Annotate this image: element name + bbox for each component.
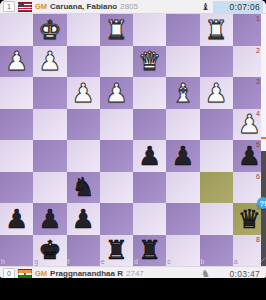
piece-white-king[interactable]: ♚ — [38, 17, 61, 43]
bottom-player-name[interactable]: Praggnanandhaa R — [50, 269, 123, 278]
rank-label-3: 3 — [256, 78, 260, 85]
square-e1[interactable]: ♜ — [100, 14, 133, 46]
square-h6[interactable] — [0, 172, 33, 204]
piece-black-knight[interactable]: ♞ — [71, 174, 94, 200]
square-h1[interactable] — [0, 14, 33, 46]
square-c3[interactable]: ♝ — [166, 77, 199, 109]
square-c7[interactable] — [166, 203, 199, 235]
square-f4[interactable] — [67, 109, 100, 141]
piece-white-pawn[interactable]: ♟ — [204, 80, 227, 106]
square-d5[interactable]: ♟ — [133, 140, 166, 172]
bottom-player-score: 0 — [3, 268, 15, 278]
square-f7[interactable]: ♟ — [67, 203, 100, 235]
move-annotation-badge: ?! — [257, 197, 266, 209]
app-background: 1 GM Caruana, Fabiano 2805 ♝ 0:07:06 ♚♜♜… — [0, 0, 266, 300]
square-b6[interactable] — [200, 172, 233, 204]
rank-label-6: 6 — [256, 173, 260, 180]
square-b1[interactable]: ♜ — [200, 14, 233, 46]
square-f6[interactable]: ♞ — [67, 172, 100, 204]
square-g7[interactable]: ♟ — [33, 203, 66, 235]
square-e8[interactable]: ♜e — [100, 235, 133, 267]
piece-black-pawn[interactable]: ♟ — [71, 206, 94, 232]
rank-label-1: 1 — [256, 15, 260, 22]
file-label-g: g — [34, 258, 38, 265]
bottom-player-bar: 0 GM Praggnanandhaa R 2747 ♞ 0:03:47 — [0, 266, 266, 278]
board-area: ♚♜♜1♟♟♛2♟♟♝♟3♟4♟♟♟5♞6♟♟♟♛7?!h♚gf♜e♜dcba8 — [0, 14, 266, 266]
square-g5[interactable] — [33, 140, 66, 172]
square-h5[interactable] — [0, 140, 33, 172]
rank-label-5: 5 — [256, 141, 260, 148]
board: ♚♜♜1♟♟♛2♟♟♝♟3♟4♟♟♟5♞6♟♟♟♛7?!h♚gf♜e♜dcba8 — [0, 14, 266, 266]
square-h4[interactable] — [0, 109, 33, 141]
square-h3[interactable] — [0, 77, 33, 109]
square-d7[interactable] — [133, 203, 166, 235]
evaluation-bar — [261, 14, 266, 266]
square-h8[interactable]: h — [0, 235, 33, 267]
square-e6[interactable] — [100, 172, 133, 204]
square-e2[interactable] — [100, 46, 133, 78]
square-e3[interactable]: ♟ — [100, 77, 133, 109]
piece-white-bishop[interactable]: ♝ — [171, 80, 194, 106]
evaluation-bar-marker — [261, 137, 266, 139]
square-f5[interactable] — [67, 140, 100, 172]
piece-black-rook[interactable]: ♜ — [138, 237, 161, 263]
piece-white-pawn[interactable]: ♟ — [38, 48, 61, 74]
top-player-name[interactable]: Caruana, Fabiano — [50, 2, 117, 11]
square-c4[interactable] — [166, 109, 199, 141]
square-d8[interactable]: ♜d — [133, 235, 166, 267]
piece-black-pawn[interactable]: ♟ — [38, 206, 61, 232]
file-label-d: d — [134, 258, 138, 265]
square-d1[interactable] — [133, 14, 166, 46]
captured-bishop-icon: ♝ — [201, 2, 210, 12]
bottom-player-clock: 0:03:47 — [213, 268, 263, 279]
top-player-clock: 0:07:06 — [213, 1, 263, 13]
square-c6[interactable] — [166, 172, 199, 204]
rank-label-8: 8 — [256, 236, 260, 243]
square-e7[interactable] — [100, 203, 133, 235]
file-label-b: b — [201, 258, 205, 265]
file-label-e: e — [101, 258, 105, 265]
india-flag-icon — [18, 269, 32, 279]
piece-white-queen[interactable]: ♛ — [138, 48, 161, 74]
top-player-rating: 2805 — [120, 2, 138, 11]
square-g2[interactable]: ♟ — [33, 46, 66, 78]
square-b2[interactable] — [200, 46, 233, 78]
captured-knight-icon: ♞ — [201, 269, 210, 279]
square-g8[interactable]: ♚g — [33, 235, 66, 267]
piece-white-pawn[interactable]: ♟ — [71, 80, 94, 106]
square-d4[interactable] — [133, 109, 166, 141]
us-flag-icon — [18, 2, 32, 12]
square-d3[interactable] — [133, 77, 166, 109]
piece-black-pawn[interactable]: ♟ — [171, 143, 194, 169]
square-b4[interactable] — [200, 109, 233, 141]
bottom-player-rating: 2747 — [126, 269, 144, 278]
piece-black-rook[interactable]: ♜ — [105, 237, 128, 263]
file-label-a: a — [234, 258, 238, 265]
piece-white-rook[interactable]: ♜ — [204, 17, 227, 43]
resize-grip-icon[interactable] — [258, 258, 265, 265]
square-d6[interactable] — [133, 172, 166, 204]
piece-black-king[interactable]: ♚ — [38, 237, 61, 263]
square-g3[interactable] — [33, 77, 66, 109]
square-b3[interactable]: ♟ — [200, 77, 233, 109]
file-label-h: h — [1, 258, 5, 265]
square-c5[interactable]: ♟ — [166, 140, 199, 172]
square-f3[interactable]: ♟ — [67, 77, 100, 109]
square-g6[interactable] — [33, 172, 66, 204]
square-f1[interactable] — [67, 14, 100, 46]
square-b5[interactable] — [200, 140, 233, 172]
square-d2[interactable]: ♛ — [133, 46, 166, 78]
square-h2[interactable]: ♟ — [0, 46, 33, 78]
evaluation-bar-white — [261, 14, 266, 151]
square-h7[interactable]: ♟ — [0, 203, 33, 235]
square-g4[interactable] — [33, 109, 66, 141]
square-c2[interactable] — [166, 46, 199, 78]
square-e4[interactable] — [100, 109, 133, 141]
top-player-title: GM — [35, 2, 47, 11]
chess-broadcast-window: 1 GM Caruana, Fabiano 2805 ♝ 0:07:06 ♚♜♜… — [0, 0, 266, 278]
top-player-score: 1 — [3, 1, 15, 12]
top-player-bar: 1 GM Caruana, Fabiano 2805 ♝ 0:07:06 — [0, 0, 266, 14]
square-b8[interactable]: b — [200, 235, 233, 267]
square-f2[interactable] — [67, 46, 100, 78]
rank-label-2: 2 — [256, 47, 260, 54]
piece-white-rook[interactable]: ♜ — [105, 17, 128, 43]
square-b7[interactable] — [200, 203, 233, 235]
piece-white-pawn[interactable]: ♟ — [105, 80, 128, 106]
square-e5[interactable] — [100, 140, 133, 172]
bottom-player-title: GM — [35, 269, 47, 278]
square-c1[interactable] — [166, 14, 199, 46]
file-label-c: c — [167, 258, 171, 265]
square-c8[interactable]: c — [166, 235, 199, 267]
piece-black-pawn[interactable]: ♟ — [5, 206, 28, 232]
square-f8[interactable]: f — [67, 235, 100, 267]
piece-black-pawn[interactable]: ♟ — [138, 143, 161, 169]
square-g1[interactable]: ♚ — [33, 14, 66, 46]
piece-white-pawn[interactable]: ♟ — [5, 48, 28, 74]
file-label-f: f — [68, 258, 70, 265]
rank-label-4: 4 — [256, 110, 260, 117]
